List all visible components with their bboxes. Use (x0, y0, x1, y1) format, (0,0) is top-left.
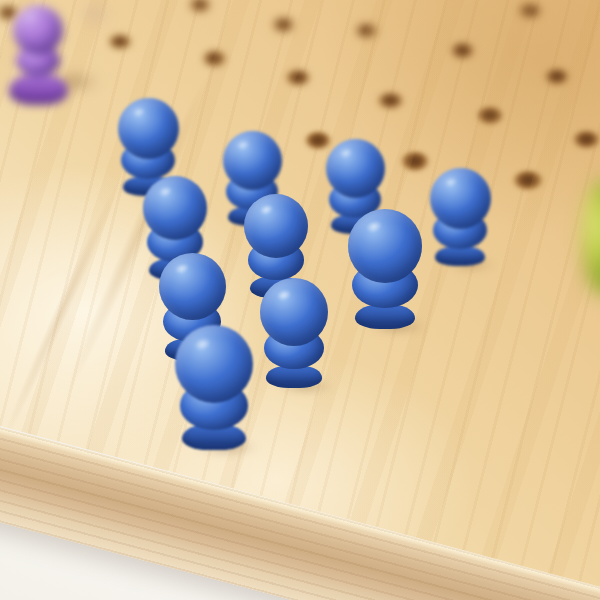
pieces-layer (0, 0, 600, 600)
peg-head (223, 131, 282, 190)
peg-head (430, 168, 491, 229)
peg-head (13, 5, 63, 55)
peg-head (143, 176, 207, 240)
peg-blue[interactable] (348, 209, 422, 329)
peg-blue[interactable] (430, 168, 491, 267)
peg-base (355, 305, 416, 329)
peg-blue[interactable] (260, 278, 328, 388)
peg-base (266, 366, 322, 388)
peg-head (326, 139, 385, 198)
peg-head (118, 98, 179, 159)
peg-head (159, 253, 226, 320)
peg-head (260, 278, 328, 346)
peg-head (348, 209, 422, 283)
peg-purple[interactable] (13, 5, 63, 105)
peg-head (244, 194, 308, 258)
peg-blue[interactable] (175, 325, 253, 450)
peg-base (435, 247, 485, 267)
photo-scene (0, 0, 600, 600)
peg-head (175, 325, 253, 403)
peg-green-partial[interactable] (583, 180, 600, 296)
peg-base (9, 75, 68, 105)
bokeh-smudge (79, 2, 111, 26)
